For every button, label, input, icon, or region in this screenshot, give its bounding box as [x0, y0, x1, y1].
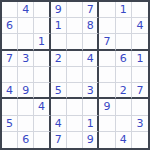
given-digit: 4 — [120, 134, 127, 145]
cell-r1-c4-given[interactable]: 9 — [51, 2, 67, 18]
cell-r8-c5[interactable] — [67, 116, 83, 132]
cell-r4-c5[interactable] — [67, 51, 83, 67]
cell-r8-c6-given[interactable]: 1 — [83, 116, 99, 132]
given-digit: 8 — [87, 20, 94, 31]
cell-r8-c9-given[interactable]: 3 — [132, 116, 148, 132]
given-digit: 4 — [6, 85, 13, 96]
cell-r7-c3-given[interactable]: 4 — [34, 99, 50, 115]
given-digit: 7 — [87, 4, 94, 15]
cell-r8-c4-given[interactable]: 4 — [51, 116, 67, 132]
given-digit: 7 — [55, 134, 62, 145]
cell-r9-c7[interactable] — [99, 132, 115, 148]
given-digit: 3 — [136, 118, 143, 129]
given-digit: 1 — [136, 53, 143, 64]
cell-r3-c3-given[interactable]: 1 — [34, 34, 50, 50]
cell-r1-c1[interactable] — [2, 2, 18, 18]
given-digit: 6 — [22, 134, 29, 145]
cell-r5-c7[interactable] — [99, 67, 115, 83]
cell-r2-c6-given[interactable]: 8 — [83, 18, 99, 34]
given-digit: 2 — [55, 53, 62, 64]
cell-r5-c9[interactable] — [132, 67, 148, 83]
given-digit: 4 — [22, 4, 29, 15]
cell-r6-c8-given[interactable]: 2 — [116, 83, 132, 99]
cell-r3-c4[interactable] — [51, 34, 67, 50]
given-digit: 7 — [103, 36, 110, 47]
cell-r7-c8[interactable] — [116, 99, 132, 115]
given-digit: 5 — [6, 118, 13, 129]
cell-r8-c3[interactable] — [34, 116, 50, 132]
cell-r6-c1-given[interactable]: 4 — [2, 83, 18, 99]
cell-r3-c6[interactable] — [83, 34, 99, 50]
given-digit: 1 — [120, 4, 127, 15]
given-digit: 9 — [87, 134, 94, 145]
cell-r1-c8-given[interactable]: 1 — [116, 2, 132, 18]
cell-r1-c3[interactable] — [34, 2, 50, 18]
cell-r4-c2-given[interactable]: 3 — [18, 51, 34, 67]
cell-r9-c9[interactable] — [132, 132, 148, 148]
cell-r5-c1[interactable] — [2, 67, 18, 83]
cell-r7-c6[interactable] — [83, 99, 99, 115]
cell-r9-c1[interactable] — [2, 132, 18, 148]
given-digit: 9 — [103, 101, 110, 112]
cell-r1-c6-given[interactable]: 7 — [83, 2, 99, 18]
given-digit: 4 — [136, 20, 143, 31]
cell-r2-c2[interactable] — [18, 18, 34, 34]
given-digit: 1 — [38, 36, 45, 47]
cell-r7-c9[interactable] — [132, 99, 148, 115]
given-digit: 3 — [22, 53, 29, 64]
given-digit: 4 — [55, 118, 62, 129]
cell-r4-c1-given[interactable]: 7 — [2, 51, 18, 67]
given-digit: 7 — [136, 85, 143, 96]
cell-r3-c1[interactable] — [2, 34, 18, 50]
cell-r6-c7[interactable] — [99, 83, 115, 99]
cell-r9-c8-given[interactable]: 4 — [116, 132, 132, 148]
cell-r2-c1-given[interactable]: 6 — [2, 18, 18, 34]
cell-r8-c1-given[interactable]: 5 — [2, 116, 18, 132]
cell-r6-c5[interactable] — [67, 83, 83, 99]
cell-r4-c6-given[interactable]: 4 — [83, 51, 99, 67]
cell-r8-c7[interactable] — [99, 116, 115, 132]
cell-r5-c4[interactable] — [51, 67, 67, 83]
cell-r5-c3[interactable] — [34, 67, 50, 83]
cell-r4-c8-given[interactable]: 6 — [116, 51, 132, 67]
cell-r4-c7[interactable] — [99, 51, 115, 67]
cell-r3-c8[interactable] — [116, 34, 132, 50]
cell-r9-c3[interactable] — [34, 132, 50, 148]
cell-r5-c6[interactable] — [83, 67, 99, 83]
cell-r2-c4-given[interactable]: 1 — [51, 18, 67, 34]
cell-r9-c4-given[interactable]: 7 — [51, 132, 67, 148]
cell-r3-c7-given[interactable]: 7 — [99, 34, 115, 50]
cell-r7-c1[interactable] — [2, 99, 18, 115]
cell-r2-c5[interactable] — [67, 18, 83, 34]
given-digit: 1 — [87, 118, 94, 129]
cell-r5-c5[interactable] — [67, 67, 83, 83]
cell-r6-c9-given[interactable]: 7 — [132, 83, 148, 99]
cell-r5-c2[interactable] — [18, 67, 34, 83]
cell-r3-c9[interactable] — [132, 34, 148, 50]
cell-r2-c8[interactable] — [116, 18, 132, 34]
cell-r2-c9-given[interactable]: 4 — [132, 18, 148, 34]
given-digit: 9 — [22, 85, 29, 96]
cell-r4-c3[interactable] — [34, 51, 50, 67]
cell-r4-c9-given[interactable]: 1 — [132, 51, 148, 67]
cell-r2-c3[interactable] — [34, 18, 50, 34]
cell-r1-c9[interactable] — [132, 2, 148, 18]
given-digit: 2 — [120, 85, 127, 96]
cell-r6-c4-given[interactable]: 5 — [51, 83, 67, 99]
cell-r8-c8[interactable] — [116, 116, 132, 132]
given-digit: 7 — [6, 53, 13, 64]
given-digit: 3 — [87, 85, 94, 96]
cell-r9-c2-given[interactable]: 6 — [18, 132, 34, 148]
given-digit: 5 — [55, 85, 62, 96]
cell-r1-c2-given[interactable]: 4 — [18, 2, 34, 18]
cell-r1-c7[interactable] — [99, 2, 115, 18]
cell-r9-c5[interactable] — [67, 132, 83, 148]
given-digit: 9 — [55, 4, 62, 15]
given-digit: 1 — [55, 20, 62, 31]
cell-r3-c2[interactable] — [18, 34, 34, 50]
cell-r3-c5[interactable] — [67, 34, 83, 50]
cell-r6-c3[interactable] — [34, 83, 50, 99]
cell-r5-c8[interactable] — [116, 67, 132, 83]
given-digit: 6 — [120, 53, 127, 64]
cell-r6-c2-given[interactable]: 9 — [18, 83, 34, 99]
cell-r8-c2[interactable] — [18, 116, 34, 132]
sudoku-board: 49716184177324614953274954136794 — [0, 0, 150, 150]
given-digit: 6 — [6, 20, 13, 31]
cell-r7-c2[interactable] — [18, 99, 34, 115]
cell-r9-c6-given[interactable]: 9 — [83, 132, 99, 148]
cell-r2-c7[interactable] — [99, 18, 115, 34]
cell-r6-c6-given[interactable]: 3 — [83, 83, 99, 99]
given-digit: 4 — [87, 53, 94, 64]
given-digit: 4 — [38, 101, 45, 112]
cell-r7-c4[interactable] — [51, 99, 67, 115]
cell-r4-c4-given[interactable]: 2 — [51, 51, 67, 67]
cell-r1-c5[interactable] — [67, 2, 83, 18]
cell-r7-c5[interactable] — [67, 99, 83, 115]
cell-r7-c7-given[interactable]: 9 — [99, 99, 115, 115]
